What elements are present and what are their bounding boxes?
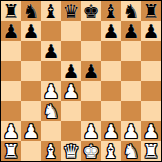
piece-white-knight[interactable]: ♞ bbox=[122, 141, 139, 161]
square-d4[interactable]: ♟ bbox=[61, 81, 81, 101]
piece-white-king[interactable]: ♚ bbox=[82, 141, 99, 161]
square-g1[interactable]: ♞ bbox=[121, 141, 141, 161]
square-f8[interactable]: ♝ bbox=[101, 1, 121, 21]
square-g5[interactable] bbox=[121, 61, 141, 81]
square-b8[interactable]: ♞ bbox=[21, 1, 41, 21]
piece-black-rook[interactable]: ♜ bbox=[142, 1, 159, 21]
piece-white-pawn[interactable]: ♟ bbox=[82, 121, 99, 141]
piece-black-pawn[interactable]: ♟ bbox=[22, 21, 39, 41]
square-e3[interactable] bbox=[81, 101, 101, 121]
square-c3[interactable]: ♞ bbox=[41, 101, 61, 121]
piece-black-king[interactable]: ♚ bbox=[82, 1, 99, 21]
square-a8[interactable]: ♜ bbox=[1, 1, 21, 21]
piece-white-pawn[interactable]: ♟ bbox=[22, 121, 39, 141]
square-e6[interactable] bbox=[81, 41, 101, 61]
piece-white-pawn[interactable]: ♟ bbox=[2, 121, 19, 141]
square-h2[interactable]: ♟ bbox=[141, 121, 161, 141]
piece-black-bishop[interactable]: ♝ bbox=[102, 1, 119, 21]
square-b6[interactable] bbox=[21, 41, 41, 61]
square-b5[interactable] bbox=[21, 61, 41, 81]
chess-board: ♜♞♝♛♚♝♞♜♟♟♟♟♟♟♟♟♟♟♞♟♟♟♟♟♟♜♝♛♚♝♞♜ bbox=[1, 1, 161, 161]
square-e1[interactable]: ♚ bbox=[81, 141, 101, 161]
square-a2[interactable]: ♟ bbox=[1, 121, 21, 141]
piece-black-rook[interactable]: ♜ bbox=[2, 1, 19, 21]
square-h1[interactable]: ♜ bbox=[141, 141, 161, 161]
square-c6[interactable]: ♟ bbox=[41, 41, 61, 61]
square-d6[interactable] bbox=[61, 41, 81, 61]
square-f7[interactable]: ♟ bbox=[101, 21, 121, 41]
square-e7[interactable] bbox=[81, 21, 101, 41]
piece-white-knight[interactable]: ♞ bbox=[42, 101, 59, 121]
square-b1[interactable] bbox=[21, 141, 41, 161]
square-g2[interactable]: ♟ bbox=[121, 121, 141, 141]
square-b4[interactable] bbox=[21, 81, 41, 101]
square-d5[interactable]: ♟ bbox=[61, 61, 81, 81]
square-g8[interactable]: ♞ bbox=[121, 1, 141, 21]
square-e5[interactable]: ♟ bbox=[81, 61, 101, 81]
piece-white-pawn[interactable]: ♟ bbox=[102, 121, 119, 141]
square-a7[interactable]: ♟ bbox=[1, 21, 21, 41]
piece-black-pawn[interactable]: ♟ bbox=[102, 21, 119, 41]
square-h3[interactable] bbox=[141, 101, 161, 121]
square-f6[interactable] bbox=[101, 41, 121, 61]
square-f4[interactable] bbox=[101, 81, 121, 101]
square-h6[interactable] bbox=[141, 41, 161, 61]
square-c1[interactable]: ♝ bbox=[41, 141, 61, 161]
piece-black-pawn[interactable]: ♟ bbox=[62, 61, 79, 81]
square-h5[interactable] bbox=[141, 61, 161, 81]
square-g7[interactable]: ♟ bbox=[121, 21, 141, 41]
piece-white-pawn[interactable]: ♟ bbox=[42, 81, 59, 101]
square-a1[interactable]: ♜ bbox=[1, 141, 21, 161]
square-f3[interactable] bbox=[101, 101, 121, 121]
square-c7[interactable] bbox=[41, 21, 61, 41]
piece-black-knight[interactable]: ♞ bbox=[122, 1, 139, 21]
piece-white-rook[interactable]: ♜ bbox=[142, 141, 159, 161]
square-b2[interactable]: ♟ bbox=[21, 121, 41, 141]
square-e4[interactable] bbox=[81, 81, 101, 101]
square-d1[interactable]: ♛ bbox=[61, 141, 81, 161]
square-b3[interactable] bbox=[21, 101, 41, 121]
square-a4[interactable] bbox=[1, 81, 21, 101]
square-g4[interactable] bbox=[121, 81, 141, 101]
square-d3[interactable] bbox=[61, 101, 81, 121]
square-e2[interactable]: ♟ bbox=[81, 121, 101, 141]
square-d8[interactable]: ♛ bbox=[61, 1, 81, 21]
piece-black-pawn[interactable]: ♟ bbox=[42, 41, 59, 61]
square-b7[interactable]: ♟ bbox=[21, 21, 41, 41]
piece-black-pawn[interactable]: ♟ bbox=[142, 21, 159, 41]
square-d2[interactable] bbox=[61, 121, 81, 141]
square-h8[interactable]: ♜ bbox=[141, 1, 161, 21]
square-a3[interactable] bbox=[1, 101, 21, 121]
square-f1[interactable]: ♝ bbox=[101, 141, 121, 161]
board-frame: ♜♞♝♛♚♝♞♜♟♟♟♟♟♟♟♟♟♟♞♟♟♟♟♟♟♜♝♛♚♝♞♜ bbox=[0, 0, 162, 162]
square-h4[interactable] bbox=[141, 81, 161, 101]
piece-black-pawn[interactable]: ♟ bbox=[82, 61, 99, 81]
piece-black-pawn[interactable]: ♟ bbox=[122, 21, 139, 41]
square-c8[interactable]: ♝ bbox=[41, 1, 61, 21]
square-g3[interactable] bbox=[121, 101, 141, 121]
square-h7[interactable]: ♟ bbox=[141, 21, 161, 41]
square-g6[interactable] bbox=[121, 41, 141, 61]
square-f2[interactable]: ♟ bbox=[101, 121, 121, 141]
piece-white-bishop[interactable]: ♝ bbox=[102, 141, 119, 161]
piece-black-knight[interactable]: ♞ bbox=[22, 1, 39, 21]
piece-black-bishop[interactable]: ♝ bbox=[42, 1, 59, 21]
piece-black-queen[interactable]: ♛ bbox=[62, 1, 79, 21]
square-a6[interactable] bbox=[1, 41, 21, 61]
square-c4[interactable]: ♟ bbox=[41, 81, 61, 101]
piece-white-pawn[interactable]: ♟ bbox=[62, 81, 79, 101]
piece-white-bishop[interactable]: ♝ bbox=[42, 141, 59, 161]
square-c5[interactable] bbox=[41, 61, 61, 81]
square-c2[interactable] bbox=[41, 121, 61, 141]
piece-white-pawn[interactable]: ♟ bbox=[142, 121, 159, 141]
piece-white-rook[interactable]: ♜ bbox=[2, 141, 19, 161]
square-a5[interactable] bbox=[1, 61, 21, 81]
square-e8[interactable]: ♚ bbox=[81, 1, 101, 21]
square-d7[interactable] bbox=[61, 21, 81, 41]
piece-white-queen[interactable]: ♛ bbox=[62, 141, 79, 161]
piece-black-pawn[interactable]: ♟ bbox=[2, 21, 19, 41]
piece-white-pawn[interactable]: ♟ bbox=[122, 121, 139, 141]
square-f5[interactable] bbox=[101, 61, 121, 81]
